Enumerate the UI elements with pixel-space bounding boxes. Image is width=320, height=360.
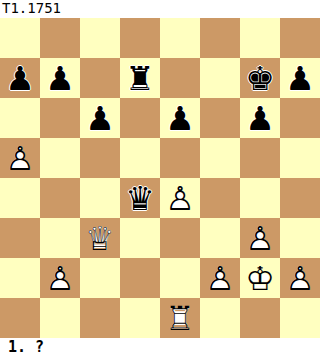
square-g6[interactable]: ♟ [240,98,280,138]
square-h1[interactable] [280,298,320,338]
square-e2[interactable] [160,258,200,298]
piece-outline-layer: ♙ [200,258,240,298]
square-b6[interactable] [40,98,80,138]
piece-fill-layer: ♟ [240,98,280,138]
square-c8[interactable] [80,18,120,58]
square-e6[interactable]: ♟ [160,98,200,138]
square-c3[interactable]: ♛♕ [80,218,120,258]
white-king[interactable]: ♚♔ [240,258,280,298]
piece-fill-layer: ♟ [160,98,200,138]
black-pawn[interactable]: ♟ [40,58,80,98]
square-d3[interactable] [120,218,160,258]
black-pawn[interactable]: ♟ [0,58,40,98]
square-b1[interactable] [40,298,80,338]
black-pawn[interactable]: ♟ [160,98,200,138]
piece-outline-layer: ♕ [80,218,120,258]
white-rook[interactable]: ♜♖ [160,298,200,338]
black-pawn[interactable]: ♟ [280,58,320,98]
piece-fill-layer: ♚ [240,258,280,298]
white-pawn[interactable]: ♟♙ [40,258,80,298]
square-f3[interactable] [200,218,240,258]
piece-outline-layer: ♙ [240,218,280,258]
square-g8[interactable] [240,18,280,58]
square-h2[interactable]: ♟♙ [280,258,320,298]
white-pawn[interactable]: ♟♙ [0,138,40,178]
piece-fill-layer: ♟ [0,58,40,98]
white-queen[interactable]: ♛♕ [80,218,120,258]
square-b3[interactable] [40,218,80,258]
square-a2[interactable] [0,258,40,298]
square-g7[interactable]: ♚ [240,58,280,98]
black-king[interactable]: ♚ [240,58,280,98]
piece-fill-layer: ♟ [200,258,240,298]
square-b4[interactable] [40,178,80,218]
piece-outline-layer: ♖ [160,298,200,338]
square-d4[interactable]: ♛ [120,178,160,218]
square-c7[interactable] [80,58,120,98]
chess-trainer-window: T1.1751 ♟♟♜♚♟♟♟♟♟♙♛♟♙♛♕♟♙♟♙♟♙♚♔♟♙♜♖ 1. ? [0,0,320,360]
white-pawn[interactable]: ♟♙ [160,178,200,218]
square-b8[interactable] [40,18,80,58]
black-rook[interactable]: ♜ [120,58,160,98]
piece-fill-layer: ♟ [280,258,320,298]
square-c6[interactable]: ♟ [80,98,120,138]
square-h6[interactable] [280,98,320,138]
square-d8[interactable] [120,18,160,58]
square-h8[interactable] [280,18,320,58]
square-h5[interactable] [280,138,320,178]
square-e8[interactable] [160,18,200,58]
piece-fill-layer: ♟ [160,178,200,218]
piece-fill-layer: ♟ [240,218,280,258]
square-a1[interactable] [0,298,40,338]
white-pawn[interactable]: ♟♙ [200,258,240,298]
square-f2[interactable]: ♟♙ [200,258,240,298]
square-e3[interactable] [160,218,200,258]
square-g2[interactable]: ♚♔ [240,258,280,298]
square-e1[interactable]: ♜♖ [160,298,200,338]
black-pawn[interactable]: ♟ [240,98,280,138]
square-a3[interactable] [0,218,40,258]
square-e7[interactable] [160,58,200,98]
chess-board: ♟♟♜♚♟♟♟♟♟♙♛♟♙♛♕♟♙♟♙♟♙♚♔♟♙♜♖ [0,18,320,338]
square-c5[interactable] [80,138,120,178]
piece-fill-layer: ♛ [120,178,160,218]
piece-fill-layer: ♜ [160,298,200,338]
black-queen[interactable]: ♛ [120,178,160,218]
piece-fill-layer: ♚ [240,58,280,98]
square-d6[interactable] [120,98,160,138]
square-a5[interactable]: ♟♙ [0,138,40,178]
square-f5[interactable] [200,138,240,178]
square-f4[interactable] [200,178,240,218]
piece-fill-layer: ♟ [0,138,40,178]
square-b2[interactable]: ♟♙ [40,258,80,298]
square-c2[interactable] [80,258,120,298]
square-a8[interactable] [0,18,40,58]
square-g4[interactable] [240,178,280,218]
square-d5[interactable] [120,138,160,178]
square-h4[interactable] [280,178,320,218]
square-d7[interactable]: ♜ [120,58,160,98]
square-e4[interactable]: ♟♙ [160,178,200,218]
square-a6[interactable] [0,98,40,138]
square-g5[interactable] [240,138,280,178]
square-g3[interactable]: ♟♙ [240,218,280,258]
square-f7[interactable] [200,58,240,98]
piece-outline-layer: ♔ [240,258,280,298]
piece-fill-layer: ♛ [80,218,120,258]
square-h7[interactable]: ♟ [280,58,320,98]
white-pawn[interactable]: ♟♙ [280,258,320,298]
square-d1[interactable] [120,298,160,338]
square-e5[interactable] [160,138,200,178]
black-pawn[interactable]: ♟ [80,98,120,138]
piece-outline-layer: ♙ [280,258,320,298]
square-f6[interactable] [200,98,240,138]
piece-fill-layer: ♟ [80,98,120,138]
square-c1[interactable] [80,298,120,338]
square-f1[interactable] [200,298,240,338]
piece-outline-layer: ♙ [40,258,80,298]
piece-fill-layer: ♟ [280,58,320,98]
square-b5[interactable] [40,138,80,178]
square-g1[interactable] [240,298,280,338]
piece-outline-layer: ♙ [0,138,40,178]
piece-fill-layer: ♟ [40,258,80,298]
piece-fill-layer: ♟ [40,58,80,98]
move-prompt: 1. ? [0,338,320,360]
square-h3[interactable] [280,218,320,258]
piece-fill-layer: ♜ [120,58,160,98]
square-c4[interactable] [80,178,120,218]
square-b7[interactable]: ♟ [40,58,80,98]
piece-outline-layer: ♙ [160,178,200,218]
square-a4[interactable] [0,178,40,218]
white-pawn[interactable]: ♟♙ [240,218,280,258]
square-a7[interactable]: ♟ [0,58,40,98]
square-d2[interactable] [120,258,160,298]
square-f8[interactable] [200,18,240,58]
puzzle-id-label: T1.1751 [0,0,320,18]
